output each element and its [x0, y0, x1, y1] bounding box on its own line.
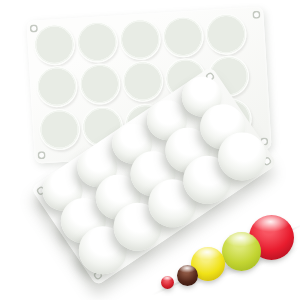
hanging-hole: [37, 151, 45, 159]
hanging-hole: [252, 11, 260, 19]
glazed-sphere-lime-green: [222, 232, 261, 271]
mold-cavity: [35, 65, 78, 108]
mold-cavity: [78, 62, 121, 105]
mold-cavity: [118, 17, 161, 60]
mold-cavity: [161, 15, 204, 58]
glazed-sphere-chocolate: [177, 265, 198, 286]
mold-cavity: [121, 60, 164, 103]
mold-cavity: [32, 23, 75, 66]
mold-cavity: [37, 107, 80, 150]
glazed-sphere-red-small: [161, 276, 174, 289]
product-photo: [0, 0, 300, 300]
mold-cavity: [75, 20, 118, 63]
mold-cavity: [205, 12, 248, 55]
hanging-hole: [30, 24, 38, 32]
